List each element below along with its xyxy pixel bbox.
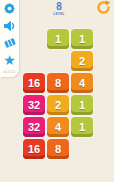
sidebar: ★ v4.1.0.2 <box>0 0 19 77</box>
version-text: v4.1.0.2 <box>4 70 16 74</box>
speaker-icon <box>3 18 16 36</box>
sound-button[interactable] <box>3 20 17 33</box>
tile-1[interactable]: 1 <box>71 95 93 115</box>
restart-button[interactable] <box>96 2 111 17</box>
tile-8[interactable]: 8 <box>47 139 69 159</box>
tile-1[interactable]: 1 <box>71 29 93 49</box>
game-screen: ★ v4.1.0.2 8 LEVEL 112168432213241168 <box>0 0 114 182</box>
tile-1[interactable]: 1 <box>71 117 93 137</box>
tile-1[interactable]: 1 <box>47 29 69 49</box>
tile-2[interactable]: 2 <box>47 95 69 115</box>
tile-4[interactable]: 4 <box>71 73 93 93</box>
level-value: 8 <box>40 2 78 12</box>
tile-32[interactable]: 32 <box>23 95 45 115</box>
tile-8[interactable]: 8 <box>47 73 69 93</box>
tile-16[interactable]: 16 <box>23 139 45 159</box>
tickets-button[interactable] <box>3 37 17 50</box>
restart-icon <box>96 0 111 19</box>
game-board[interactable]: 112168432213241168 <box>23 29 93 159</box>
tile-32[interactable]: 32 <box>23 117 45 137</box>
tile-16[interactable]: 16 <box>23 73 45 93</box>
level-indicator: 8 LEVEL <box>40 2 78 21</box>
level-label: LEVEL <box>51 12 66 16</box>
tile-2[interactable]: 2 <box>71 51 93 71</box>
star-icon: ★ <box>3 54 16 67</box>
settings-button[interactable] <box>3 3 17 16</box>
rate-button[interactable]: ★ <box>3 54 17 67</box>
ticket-icon <box>3 35 17 53</box>
tile-4[interactable]: 4 <box>47 117 69 137</box>
gear-icon <box>3 1 16 19</box>
